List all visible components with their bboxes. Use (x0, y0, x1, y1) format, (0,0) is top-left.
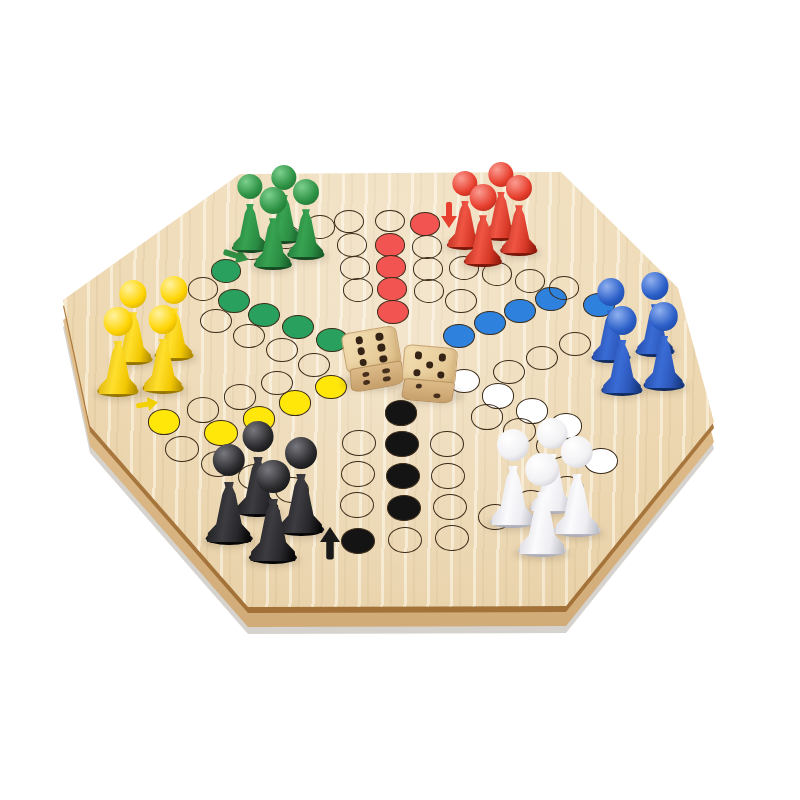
red-pawn[interactable] (501, 175, 536, 255)
green-pawn[interactable] (255, 187, 291, 269)
yellow-pawn[interactable] (99, 307, 138, 396)
pawns-layer (0, 0, 800, 800)
blue-pawn[interactable] (603, 306, 642, 395)
red-pawn[interactable] (465, 184, 501, 266)
black-pawn[interactable] (250, 460, 295, 563)
yellow-pawn[interactable] (144, 305, 183, 393)
blue-pawn[interactable] (645, 302, 684, 390)
black-pawn[interactable] (207, 444, 251, 544)
white-pawn[interactable] (519, 453, 564, 556)
ludo-board-photo (0, 0, 800, 800)
green-pawn[interactable] (288, 179, 323, 259)
